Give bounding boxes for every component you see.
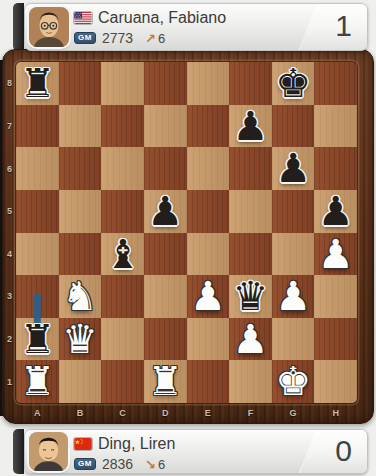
square-c7[interactable] [101,105,144,148]
square-a5[interactable] [16,190,59,233]
square-b8[interactable] [59,62,102,105]
rank-label-8: 8 [3,62,16,105]
square-f1[interactable] [229,360,272,403]
square-c5[interactable] [101,190,144,233]
square-h8[interactable] [314,62,357,105]
file-label-a: A [16,403,59,422]
file-label-b: B [59,403,102,422]
score-divider-top [296,2,315,52]
square-f6[interactable] [229,147,272,190]
file-labels: ABCDEFGH [16,403,357,422]
square-c2[interactable] [101,318,144,361]
file-label-c: C [101,403,144,422]
file-label-f: F [229,403,272,422]
square-h4[interactable] [314,233,357,276]
square-h3[interactable] [314,275,357,318]
square-b2[interactable] [59,318,102,361]
square-h7[interactable] [314,105,357,148]
panel-edge-top [13,3,24,51]
flag-us-icon [74,12,92,24]
square-d3[interactable] [144,275,187,318]
square-b6[interactable] [59,147,102,190]
score-top: 1 [335,9,352,43]
square-g1[interactable] [272,360,315,403]
square-f8[interactable] [229,62,272,105]
player-name-bottom[interactable]: Ding, Liren [98,435,175,453]
square-e8[interactable] [187,62,230,105]
file-label-e: E [187,403,230,422]
square-e2[interactable] [187,318,230,361]
square-d8[interactable] [144,62,187,105]
square-d1[interactable] [144,360,187,403]
square-d4[interactable] [144,233,187,276]
square-b5[interactable] [59,190,102,233]
square-c3[interactable] [101,275,144,318]
square-g8[interactable] [272,62,315,105]
rating-down-arrow-icon: ↘ [145,457,156,472]
square-b1[interactable] [59,360,102,403]
square-e4[interactable] [187,233,230,276]
square-g4[interactable] [272,233,315,276]
gm-title-badge-top: GM [74,32,96,45]
square-a8[interactable] [16,62,59,105]
rank-label-1: 1 [3,360,16,403]
rating-change-bottom: 6 [158,457,165,472]
gm-title-badge-bottom: GM [74,458,96,471]
player-rating-bottom: 2836 [102,456,133,472]
square-c8[interactable] [101,62,144,105]
square-e3[interactable] [187,275,230,318]
file-label-d: D [144,403,187,422]
rank-label-5: 5 [3,190,16,233]
square-g5[interactable] [272,190,315,233]
square-d6[interactable] [144,147,187,190]
score-bottom: 0 [335,434,352,468]
rank-label-7: 7 [3,105,16,148]
square-d5[interactable] [144,190,187,233]
square-f7[interactable] [229,105,272,148]
square-f4[interactable] [229,233,272,276]
square-b3[interactable] [59,275,102,318]
square-a1[interactable] [16,360,59,403]
square-h1[interactable] [314,360,357,403]
square-a4[interactable] [16,233,59,276]
square-g3[interactable] [272,275,315,318]
square-h5[interactable] [314,190,357,233]
player-info-bottom: Ding, Liren GM 2836 ↘ 6 [74,435,295,472]
square-e1[interactable] [187,360,230,403]
square-h2[interactable] [314,318,357,361]
score-area-bottom: 0 [299,430,367,473]
square-a3[interactable] [16,275,59,318]
score-area-top: 1 [299,4,367,50]
square-f2[interactable] [229,318,272,361]
square-e5[interactable] [187,190,230,233]
rating-up-arrow-icon: ↗ [145,31,156,46]
panel-edge-bottom [13,429,24,474]
square-g6[interactable] [272,147,315,190]
player-bar-top[interactable]: Caruana, Fabiano GM 2773 ↗ 6 1 [24,3,368,51]
square-a7[interactable] [16,105,59,148]
board-squares[interactable] [16,62,357,403]
rank-label-4: 4 [3,233,16,276]
player-photo-bottom [29,432,68,471]
square-e7[interactable] [187,105,230,148]
rank-labels: 87654321 [3,62,16,403]
square-f5[interactable] [229,190,272,233]
rank-label-3: 3 [3,275,16,318]
score-divider-bottom [296,428,314,475]
chess-board[interactable]: 87654321 ABCDEFGH ♜♚♟♟♟♟♝♟♞♟♛♟♜♛♟♜♜♚ [2,49,374,424]
square-g2[interactable] [272,318,315,361]
player-photo-top [29,7,69,47]
square-d2[interactable] [144,318,187,361]
flag-china-icon [74,438,92,450]
file-label-g: G [272,403,315,422]
chess-game-widget: 87654321 ABCDEFGH ♜♚♟♟♟♟♝♟♞♟♛♟♜♛♟♜♜♚ [0,0,376,476]
rank-label-2: 2 [3,318,16,361]
square-b7[interactable] [59,105,102,148]
square-b4[interactable] [59,233,102,276]
square-c6[interactable] [101,147,144,190]
player-name-top[interactable]: Caruana, Fabiano [98,9,226,27]
player-bar-bottom[interactable]: Ding, Liren GM 2836 ↘ 6 0 [24,429,368,474]
file-label-h: H [314,403,357,422]
player-info-top: Caruana, Fabiano GM 2773 ↗ 6 [74,9,295,46]
square-g7[interactable] [272,105,315,148]
square-e6[interactable] [187,147,230,190]
square-d7[interactable] [144,105,187,148]
square-a6[interactable] [16,147,59,190]
square-c1[interactable] [101,360,144,403]
square-a2[interactable] [16,318,59,361]
rating-change-top: 6 [158,31,165,46]
square-c4[interactable] [101,233,144,276]
square-h6[interactable] [314,147,357,190]
rank-label-6: 6 [3,147,16,190]
square-f3[interactable] [229,275,272,318]
player-rating-top: 2773 [102,30,133,46]
